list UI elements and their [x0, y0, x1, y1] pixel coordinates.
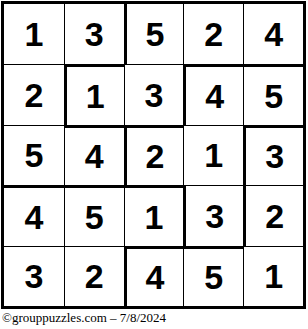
- cell-r2c2: 1: [64, 64, 124, 124]
- cell-r2c4: 4: [183, 64, 243, 124]
- cell-r1c2: 3: [64, 4, 124, 64]
- cell-r3c2: 4: [64, 125, 124, 185]
- cell-r5c1: 3: [4, 246, 64, 306]
- cell-r5c2: 2: [64, 246, 124, 306]
- cell-r3c1: 5: [4, 125, 64, 185]
- cell-r3c5: 3: [243, 125, 303, 185]
- cell-r4c3: 1: [124, 185, 184, 245]
- cell-r1c5: 4: [243, 4, 303, 64]
- cell-r4c1: 4: [4, 185, 64, 245]
- cell-r4c4: 3: [183, 185, 243, 245]
- cell-r5c5: 1: [243, 246, 303, 306]
- cell-r4c5: 2: [243, 185, 303, 245]
- cell-r1c3: 5: [124, 4, 184, 64]
- cell-r1c4: 2: [183, 4, 243, 64]
- sudoku-5-board: 1352421345542134513232451: [1, 1, 306, 309]
- cell-r4c2: 5: [64, 185, 124, 245]
- cell-r2c1: 2: [4, 64, 64, 124]
- cell-r2c3: 3: [124, 64, 184, 124]
- cell-r5c4: 5: [183, 246, 243, 306]
- copyright-text: ©grouppuzzles.com – 7/8/2024: [2, 310, 166, 326]
- cell-r3c3: 2: [124, 125, 184, 185]
- cell-r5c3: 4: [124, 246, 184, 306]
- cell-r1c1: 1: [4, 4, 64, 64]
- cell-r2c5: 5: [243, 64, 303, 124]
- cell-r3c4: 1: [183, 125, 243, 185]
